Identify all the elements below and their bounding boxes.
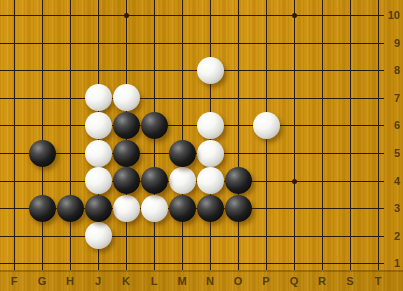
white-stone-J4 xyxy=(85,167,112,194)
white-stone-J2 xyxy=(85,222,112,249)
column-label-K: K xyxy=(116,274,136,288)
row-label-10: 10 xyxy=(380,9,400,21)
black-stone-K5 xyxy=(113,140,140,167)
row-label-1: 1 xyxy=(380,257,400,269)
row-label-9: 9 xyxy=(380,37,400,49)
star-point-Q4 xyxy=(292,179,297,184)
grid-line-col-F xyxy=(14,0,15,270)
white-stone-K3 xyxy=(113,195,140,222)
row-label-7: 7 xyxy=(380,92,400,104)
black-stone-K4 xyxy=(113,167,140,194)
column-label-S: S xyxy=(340,274,360,288)
grid-line-col-T xyxy=(378,0,379,270)
white-stone-P6 xyxy=(253,112,280,139)
star-point-Q10 xyxy=(292,13,297,18)
go-board[interactable]: FGHJKLMNOPQRST 10987654321 xyxy=(0,0,403,291)
grid-line-row-2 xyxy=(0,236,384,237)
column-label-N: N xyxy=(200,274,220,288)
grid-line-row-9 xyxy=(0,43,384,44)
column-label-M: M xyxy=(172,274,192,288)
column-label-L: L xyxy=(144,274,164,288)
grid-line-row-1 xyxy=(0,263,384,264)
white-stone-N8 xyxy=(197,57,224,84)
black-stone-M5 xyxy=(169,140,196,167)
column-label-T: T xyxy=(368,274,388,288)
column-label-J: J xyxy=(88,274,108,288)
column-label-F: F xyxy=(4,274,24,288)
column-label-O: O xyxy=(228,274,248,288)
black-stone-H3 xyxy=(57,195,84,222)
grid-line-row-7 xyxy=(0,98,384,99)
black-stone-N3 xyxy=(197,195,224,222)
black-stone-O4 xyxy=(225,167,252,194)
black-stone-J3 xyxy=(85,195,112,222)
black-stone-O3 xyxy=(225,195,252,222)
grid-line-col-G xyxy=(42,0,43,270)
grid-line-row-6 xyxy=(0,125,384,126)
white-stone-J6 xyxy=(85,112,112,139)
grid-line-col-H xyxy=(70,0,71,270)
grid-line-col-Q xyxy=(294,0,295,270)
star-point-K10 xyxy=(124,13,129,18)
grid-line-col-S xyxy=(350,0,351,270)
row-label-8: 8 xyxy=(380,64,400,76)
black-stone-G3 xyxy=(29,195,56,222)
row-label-3: 3 xyxy=(380,202,400,214)
white-stone-M4 xyxy=(169,167,196,194)
grid-line-col-M xyxy=(182,0,183,270)
black-stone-G5 xyxy=(29,140,56,167)
white-stone-K7 xyxy=(113,84,140,111)
white-stone-J7 xyxy=(85,84,112,111)
column-label-H: H xyxy=(60,274,80,288)
white-stone-N4 xyxy=(197,167,224,194)
row-label-5: 5 xyxy=(380,147,400,159)
black-stone-M3 xyxy=(169,195,196,222)
column-label-Q: Q xyxy=(284,274,304,288)
black-stone-K6 xyxy=(113,112,140,139)
white-stone-L3 xyxy=(141,195,168,222)
row-label-4: 4 xyxy=(380,175,400,187)
column-label-P: P xyxy=(256,274,276,288)
row-label-2: 2 xyxy=(380,230,400,242)
black-stone-L6 xyxy=(141,112,168,139)
column-label-R: R xyxy=(312,274,332,288)
grid-line-row-8 xyxy=(0,70,384,71)
grid-line-row-10 xyxy=(0,15,384,16)
row-label-6: 6 xyxy=(380,119,400,131)
white-stone-N5 xyxy=(197,140,224,167)
grid-line-col-O xyxy=(238,0,239,270)
column-label-G: G xyxy=(32,274,52,288)
grid-line-col-R xyxy=(322,0,323,270)
black-stone-L4 xyxy=(141,167,168,194)
white-stone-N6 xyxy=(197,112,224,139)
white-stone-J5 xyxy=(85,140,112,167)
